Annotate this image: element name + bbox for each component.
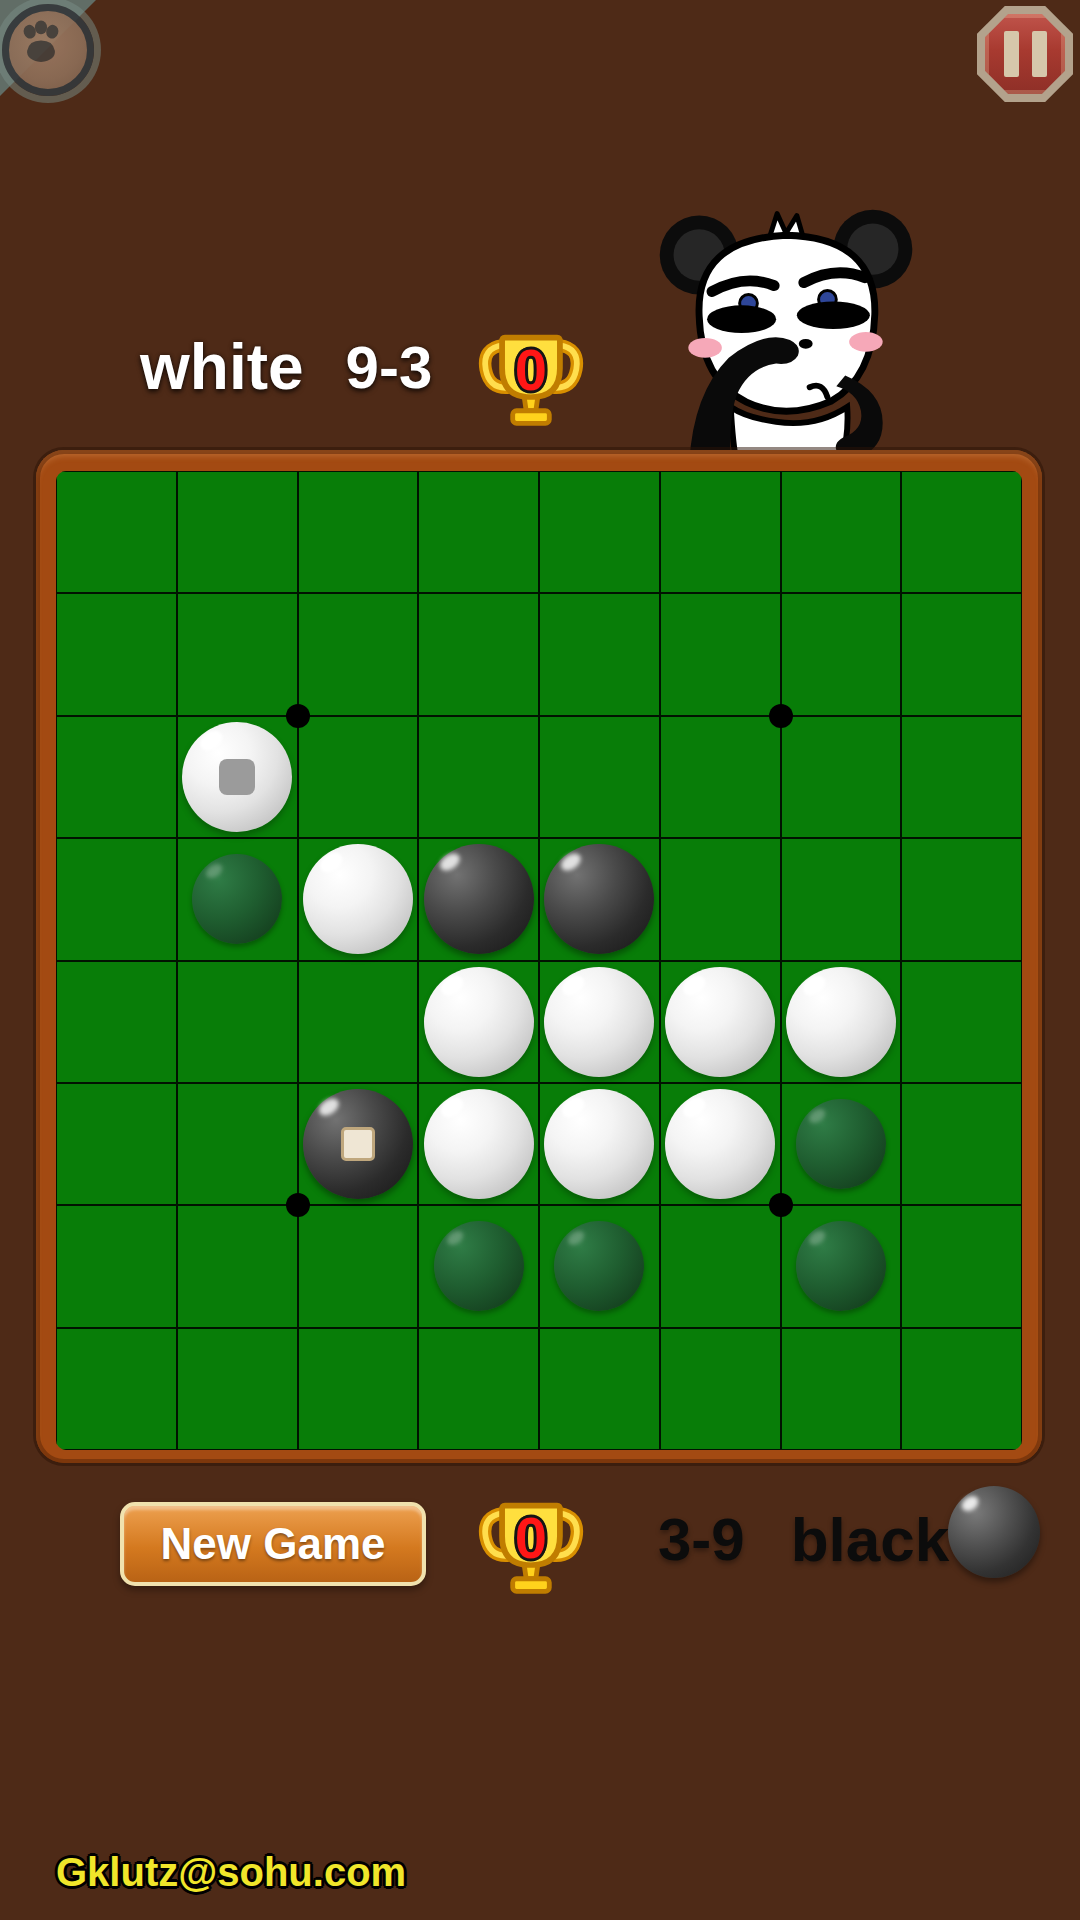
cell-r2-c4[interactable]: [539, 716, 660, 838]
hint-disc[interactable]: [796, 1221, 886, 1311]
cell-r3-c0[interactable]: [56, 838, 177, 960]
cell-r4-c0[interactable]: [56, 961, 177, 1083]
cell-r0-c5[interactable]: [660, 471, 781, 593]
panda-mascot: [638, 196, 934, 466]
cell-r3-c7[interactable]: [901, 838, 1022, 960]
cell-r7-c1[interactable]: [177, 1328, 298, 1450]
cell-r2-c5[interactable]: [660, 716, 781, 838]
cell-r7-c6[interactable]: [781, 1328, 902, 1450]
black-player-label: black: [791, 1504, 950, 1575]
cell-r6-c7[interactable]: [901, 1205, 1022, 1327]
black-player-hud: 3-9 black: [658, 1504, 949, 1575]
cell-r0-c3[interactable]: [418, 471, 539, 593]
cell-r0-c2[interactable]: [298, 471, 419, 593]
cell-r0-c4[interactable]: [539, 471, 660, 593]
cell-r0-c6[interactable]: [781, 471, 902, 593]
game-screen: white 9-3 0: [0, 0, 1080, 1920]
cell-r1-c1[interactable]: [177, 593, 298, 715]
white-disc: [544, 1089, 654, 1199]
cell-r5-c1[interactable]: [177, 1083, 298, 1205]
credit-text: Gklutz@sohu.com: [56, 1850, 406, 1895]
white-disc: [665, 1089, 775, 1199]
cell-r4-c1[interactable]: [177, 961, 298, 1083]
cell-r4-c2[interactable]: [298, 961, 419, 1083]
white-trophy-count: 0: [478, 336, 584, 403]
paw-print-icon: [15, 17, 67, 69]
cell-r1-c5[interactable]: [660, 593, 781, 715]
cell-r7-c4[interactable]: [539, 1328, 660, 1450]
cell-r1-c7[interactable]: [901, 593, 1022, 715]
cell-r0-c1[interactable]: [177, 471, 298, 593]
last-move-marker: [341, 1127, 375, 1161]
black-disc: [544, 844, 654, 954]
cell-r5-c7[interactable]: [901, 1083, 1022, 1205]
cell-r2-c0[interactable]: [56, 716, 177, 838]
cell-r7-c0[interactable]: [56, 1328, 177, 1450]
cell-r6-c0[interactable]: [56, 1205, 177, 1327]
hint-disc[interactable]: [192, 854, 282, 944]
cell-r1-c3[interactable]: [418, 593, 539, 715]
new-game-button[interactable]: New Game: [120, 1502, 426, 1586]
cell-r2-c3[interactable]: [418, 716, 539, 838]
pause-icon: [977, 6, 1073, 102]
cell-r1-c4[interactable]: [539, 593, 660, 715]
white-score: 9-3: [346, 333, 433, 402]
hint-disc[interactable]: [554, 1221, 644, 1311]
cell-r1-c0[interactable]: [56, 593, 177, 715]
paw-icon[interactable]: [2, 4, 94, 96]
black-trophy-icon: 0: [478, 1490, 584, 1602]
white-player-hud: white 9-3: [140, 330, 432, 404]
cell-r1-c2[interactable]: [298, 593, 419, 715]
white-disc: [303, 844, 413, 954]
cell-r7-c7[interactable]: [901, 1328, 1022, 1450]
white-disc: [424, 1089, 534, 1199]
hint-disc[interactable]: [796, 1099, 886, 1189]
cell-r6-c1[interactable]: [177, 1205, 298, 1327]
board-frame: [36, 450, 1042, 1463]
cell-r2-c6[interactable]: [781, 716, 902, 838]
hint-disc[interactable]: [434, 1221, 524, 1311]
black-disc: [424, 844, 534, 954]
pause-button[interactable]: [977, 6, 1073, 102]
cell-r6-c5[interactable]: [660, 1205, 781, 1327]
cell-r6-c2[interactable]: [298, 1205, 419, 1327]
cell-r2-c2[interactable]: [298, 716, 419, 838]
white-disc: [786, 967, 896, 1077]
white-disc: [665, 967, 775, 1077]
white-disc: [544, 967, 654, 1077]
cell-r0-c7[interactable]: [901, 471, 1022, 593]
black-trophy-count: 0: [478, 1504, 584, 1571]
white-trophy-icon: 0: [478, 322, 584, 434]
cell-r1-c6[interactable]: [781, 593, 902, 715]
cell-r3-c6[interactable]: [781, 838, 902, 960]
cell-r7-c5[interactable]: [660, 1328, 781, 1450]
cell-r4-c7[interactable]: [901, 961, 1022, 1083]
white-disc: [182, 722, 292, 832]
othello-board: [56, 471, 1022, 1450]
black-disc: [303, 1089, 413, 1199]
cell-r7-c3[interactable]: [418, 1328, 539, 1450]
cell-r7-c2[interactable]: [298, 1328, 419, 1450]
white-player-label: white: [140, 330, 304, 404]
cell-r5-c0[interactable]: [56, 1083, 177, 1205]
cell-r2-c7[interactable]: [901, 716, 1022, 838]
cell-r0-c0[interactable]: [56, 471, 177, 593]
board-grid: [56, 471, 1022, 1450]
new-game-label: New Game: [161, 1519, 386, 1569]
cell-r3-c5[interactable]: [660, 838, 781, 960]
black-score: 3-9: [658, 1505, 745, 1574]
black-player-disc-icon: [948, 1486, 1040, 1578]
white-disc: [424, 967, 534, 1077]
last-move-marker: [219, 759, 255, 795]
